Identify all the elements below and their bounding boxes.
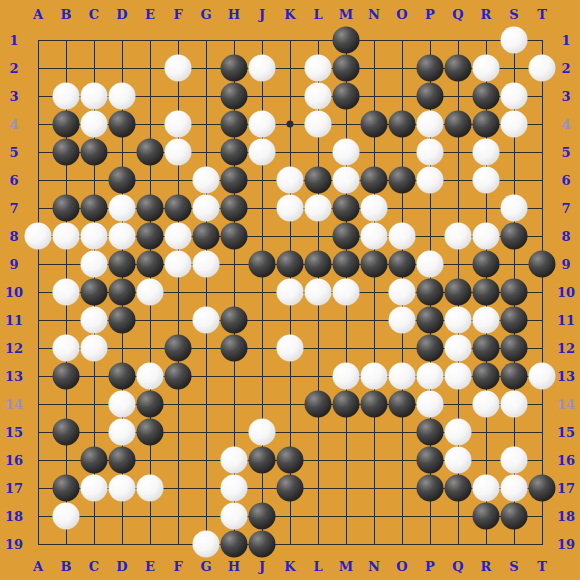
black-stone-Q17[interactable]: [445, 475, 472, 502]
black-stone-O14[interactable]: [389, 391, 416, 418]
row-label-right-6: 6: [561, 174, 570, 187]
black-stone-N4[interactable]: [361, 111, 388, 138]
row-label-left-4: 4: [9, 118, 18, 131]
white-stone-M5[interactable]: [333, 139, 360, 166]
white-stone-Q8[interactable]: [445, 223, 472, 250]
column-label-top-O: O: [396, 8, 407, 21]
white-stone-O13[interactable]: [389, 363, 416, 390]
white-stone-K6[interactable]: [277, 167, 304, 194]
column-label-bottom-K: K: [284, 560, 295, 573]
row-label-right-16: 16: [557, 454, 575, 467]
column-label-top-T: T: [537, 8, 547, 21]
row-label-right-5: 5: [561, 146, 570, 159]
white-stone-F2[interactable]: [165, 55, 192, 82]
black-stone-H5[interactable]: [221, 139, 248, 166]
white-stone-M10[interactable]: [333, 279, 360, 306]
black-stone-C16[interactable]: [81, 447, 108, 474]
black-stone-B5[interactable]: [53, 139, 80, 166]
black-stone-J19[interactable]: [249, 531, 276, 558]
row-label-left-6: 6: [9, 174, 18, 187]
black-stone-H2[interactable]: [221, 55, 248, 82]
black-stone-K9[interactable]: [277, 251, 304, 278]
white-stone-S3[interactable]: [501, 83, 528, 110]
black-stone-D6[interactable]: [109, 167, 136, 194]
black-stone-E5[interactable]: [137, 139, 164, 166]
white-stone-L2[interactable]: [305, 55, 332, 82]
black-stone-F7[interactable]: [165, 195, 192, 222]
white-stone-O11[interactable]: [389, 307, 416, 334]
white-stone-S7[interactable]: [501, 195, 528, 222]
white-stone-S1[interactable]: [501, 27, 528, 54]
white-stone-M13[interactable]: [333, 363, 360, 390]
black-stone-P10[interactable]: [417, 279, 444, 306]
white-stone-Q11[interactable]: [445, 307, 472, 334]
black-stone-R13[interactable]: [473, 363, 500, 390]
black-stone-S11[interactable]: [501, 307, 528, 334]
black-stone-S10[interactable]: [501, 279, 528, 306]
white-stone-R6[interactable]: [473, 167, 500, 194]
white-stone-B18[interactable]: [53, 503, 80, 530]
black-stone-E14[interactable]: [137, 391, 164, 418]
column-label-top-J: J: [259, 8, 265, 21]
column-label-bottom-O: O: [396, 560, 407, 573]
grid-line-horizontal: [38, 516, 543, 517]
row-label-right-9: 9: [561, 258, 570, 271]
row-label-left-8: 8: [9, 230, 18, 243]
black-stone-M7[interactable]: [333, 195, 360, 222]
black-stone-P15[interactable]: [417, 419, 444, 446]
black-stone-H4[interactable]: [221, 111, 248, 138]
row-label-right-18: 18: [557, 510, 575, 523]
black-stone-H19[interactable]: [221, 531, 248, 558]
column-label-top-C: C: [89, 8, 99, 21]
black-stone-L6[interactable]: [305, 167, 332, 194]
black-stone-H12[interactable]: [221, 335, 248, 362]
white-stone-S4[interactable]: [501, 111, 528, 138]
column-label-top-R: R: [481, 8, 492, 21]
row-label-right-10: 10: [557, 286, 575, 299]
white-stone-O10[interactable]: [389, 279, 416, 306]
black-stone-T9[interactable]: [529, 251, 556, 278]
black-stone-H3[interactable]: [221, 83, 248, 110]
black-stone-S12[interactable]: [501, 335, 528, 362]
white-stone-L3[interactable]: [305, 83, 332, 110]
black-stone-E15[interactable]: [137, 419, 164, 446]
black-stone-G8[interactable]: [193, 223, 220, 250]
row-label-right-13: 13: [557, 370, 575, 383]
column-label-bottom-T: T: [537, 560, 547, 573]
white-stone-P5[interactable]: [417, 139, 444, 166]
black-stone-Q10[interactable]: [445, 279, 472, 306]
row-label-left-2: 2: [9, 62, 18, 75]
star-point-K4: [287, 121, 294, 128]
white-stone-B8[interactable]: [53, 223, 80, 250]
row-label-right-19: 19: [557, 538, 575, 551]
black-stone-H6[interactable]: [221, 167, 248, 194]
black-stone-C5[interactable]: [81, 139, 108, 166]
black-stone-M1[interactable]: [333, 27, 360, 54]
white-stone-N13[interactable]: [361, 363, 388, 390]
black-stone-M2[interactable]: [333, 55, 360, 82]
black-stone-S13[interactable]: [501, 363, 528, 390]
white-stone-D15[interactable]: [109, 419, 136, 446]
column-label-bottom-F: F: [173, 560, 182, 573]
row-label-left-3: 3: [9, 90, 18, 103]
white-stone-S17[interactable]: [501, 475, 528, 502]
white-stone-F4[interactable]: [165, 111, 192, 138]
black-stone-M8[interactable]: [333, 223, 360, 250]
white-stone-D3[interactable]: [109, 83, 136, 110]
row-label-right-4: 4: [561, 118, 570, 131]
black-stone-R3[interactable]: [473, 83, 500, 110]
white-stone-F8[interactable]: [165, 223, 192, 250]
grid-line-vertical: [542, 40, 543, 545]
black-stone-J16[interactable]: [249, 447, 276, 474]
white-stone-C12[interactable]: [81, 335, 108, 362]
black-stone-F13[interactable]: [165, 363, 192, 390]
black-stone-E7[interactable]: [137, 195, 164, 222]
black-stone-L9[interactable]: [305, 251, 332, 278]
white-stone-C4[interactable]: [81, 111, 108, 138]
white-stone-N8[interactable]: [361, 223, 388, 250]
white-stone-C8[interactable]: [81, 223, 108, 250]
white-stone-E13[interactable]: [137, 363, 164, 390]
column-label-top-A: A: [33, 8, 43, 21]
white-stone-D8[interactable]: [109, 223, 136, 250]
white-stone-P6[interactable]: [417, 167, 444, 194]
white-stone-E17[interactable]: [137, 475, 164, 502]
white-stone-H17[interactable]: [221, 475, 248, 502]
row-label-left-19: 19: [5, 538, 23, 551]
row-label-right-15: 15: [557, 426, 575, 439]
white-stone-P4[interactable]: [417, 111, 444, 138]
white-stone-P9[interactable]: [417, 251, 444, 278]
black-stone-P11[interactable]: [417, 307, 444, 334]
column-label-top-S: S: [509, 8, 518, 21]
white-stone-C11[interactable]: [81, 307, 108, 334]
go-board[interactable]: AABBCCDDEEFFGGHHJJKKLLMMNNOOPPQQRRSSTT11…: [0, 0, 580, 580]
white-stone-C9[interactable]: [81, 251, 108, 278]
column-label-bottom-R: R: [481, 560, 492, 573]
black-stone-M9[interactable]: [333, 251, 360, 278]
column-label-top-D: D: [116, 8, 127, 21]
white-stone-G9[interactable]: [193, 251, 220, 278]
white-stone-Q13[interactable]: [445, 363, 472, 390]
white-stone-E10[interactable]: [137, 279, 164, 306]
column-label-top-K: K: [284, 8, 295, 21]
column-label-bottom-E: E: [145, 560, 155, 573]
column-label-bottom-S: S: [509, 560, 518, 573]
white-stone-B12[interactable]: [53, 335, 80, 362]
row-label-left-12: 12: [5, 342, 23, 355]
black-stone-H8[interactable]: [221, 223, 248, 250]
white-stone-T2[interactable]: [529, 55, 556, 82]
black-stone-Q2[interactable]: [445, 55, 472, 82]
black-stone-O9[interactable]: [389, 251, 416, 278]
black-stone-C10[interactable]: [81, 279, 108, 306]
white-stone-L7[interactable]: [305, 195, 332, 222]
row-label-right-7: 7: [561, 202, 570, 215]
black-stone-R10[interactable]: [473, 279, 500, 306]
black-stone-P3[interactable]: [417, 83, 444, 110]
black-stone-E8[interactable]: [137, 223, 164, 250]
black-stone-N6[interactable]: [361, 167, 388, 194]
white-stone-C17[interactable]: [81, 475, 108, 502]
white-stone-G19[interactable]: [193, 531, 220, 558]
white-stone-R14[interactable]: [473, 391, 500, 418]
white-stone-Q16[interactable]: [445, 447, 472, 474]
black-stone-D4[interactable]: [109, 111, 136, 138]
column-label-bottom-C: C: [89, 560, 99, 573]
white-stone-J4[interactable]: [249, 111, 276, 138]
row-label-right-1: 1: [561, 34, 570, 47]
white-stone-L10[interactable]: [305, 279, 332, 306]
row-label-left-15: 15: [5, 426, 23, 439]
black-stone-S18[interactable]: [501, 503, 528, 530]
black-stone-O6[interactable]: [389, 167, 416, 194]
white-stone-N7[interactable]: [361, 195, 388, 222]
white-stone-M6[interactable]: [333, 167, 360, 194]
black-stone-N9[interactable]: [361, 251, 388, 278]
black-stone-B4[interactable]: [53, 111, 80, 138]
column-label-bottom-D: D: [116, 560, 127, 573]
column-label-top-Q: Q: [452, 8, 463, 21]
white-stone-K10[interactable]: [277, 279, 304, 306]
black-stone-H11[interactable]: [221, 307, 248, 334]
black-stone-P12[interactable]: [417, 335, 444, 362]
black-stone-L14[interactable]: [305, 391, 332, 418]
row-label-right-2: 2: [561, 62, 570, 75]
white-stone-F9[interactable]: [165, 251, 192, 278]
row-label-left-14: 14: [5, 398, 23, 411]
white-stone-J15[interactable]: [249, 419, 276, 446]
white-stone-B3[interactable]: [53, 83, 80, 110]
black-stone-R9[interactable]: [473, 251, 500, 278]
row-label-right-8: 8: [561, 230, 570, 243]
column-label-bottom-H: H: [228, 560, 240, 573]
white-stone-R2[interactable]: [473, 55, 500, 82]
white-stone-C3[interactable]: [81, 83, 108, 110]
column-label-top-E: E: [145, 8, 155, 21]
white-stone-R11[interactable]: [473, 307, 500, 334]
white-stone-S14[interactable]: [501, 391, 528, 418]
black-stone-D16[interactable]: [109, 447, 136, 474]
white-stone-D17[interactable]: [109, 475, 136, 502]
white-stone-D14[interactable]: [109, 391, 136, 418]
white-stone-G11[interactable]: [193, 307, 220, 334]
black-stone-T17[interactable]: [529, 475, 556, 502]
row-label-right-11: 11: [557, 314, 575, 327]
white-stone-Q12[interactable]: [445, 335, 472, 362]
row-label-left-5: 5: [9, 146, 18, 159]
column-label-top-P: P: [425, 8, 435, 21]
white-stone-G7[interactable]: [193, 195, 220, 222]
row-label-left-11: 11: [5, 314, 23, 327]
row-label-left-16: 16: [5, 454, 23, 467]
column-label-bottom-L: L: [313, 560, 322, 573]
white-stone-R5[interactable]: [473, 139, 500, 166]
white-stone-J2[interactable]: [249, 55, 276, 82]
black-stone-S8[interactable]: [501, 223, 528, 250]
column-label-bottom-B: B: [61, 560, 72, 573]
black-stone-J9[interactable]: [249, 251, 276, 278]
white-stone-P14[interactable]: [417, 391, 444, 418]
column-label-bottom-M: M: [339, 560, 353, 573]
white-stone-H16[interactable]: [221, 447, 248, 474]
white-stone-B10[interactable]: [53, 279, 80, 306]
row-label-right-17: 17: [557, 482, 575, 495]
black-stone-P2[interactable]: [417, 55, 444, 82]
column-label-bottom-G: G: [200, 560, 211, 573]
black-stone-D9[interactable]: [109, 251, 136, 278]
white-stone-L4[interactable]: [305, 111, 332, 138]
black-stone-M3[interactable]: [333, 83, 360, 110]
column-label-bottom-N: N: [368, 560, 380, 573]
black-stone-R4[interactable]: [473, 111, 500, 138]
column-label-bottom-J: J: [259, 560, 265, 573]
black-stone-O4[interactable]: [389, 111, 416, 138]
white-stone-H18[interactable]: [221, 503, 248, 530]
black-stone-K16[interactable]: [277, 447, 304, 474]
column-label-top-F: F: [173, 8, 182, 21]
column-label-top-N: N: [368, 8, 380, 21]
white-stone-S16[interactable]: [501, 447, 528, 474]
white-stone-P13[interactable]: [417, 363, 444, 390]
white-stone-O8[interactable]: [389, 223, 416, 250]
row-label-right-12: 12: [557, 342, 575, 355]
row-label-left-9: 9: [9, 258, 18, 271]
black-stone-D13[interactable]: [109, 363, 136, 390]
black-stone-D11[interactable]: [109, 307, 136, 334]
row-label-left-7: 7: [9, 202, 18, 215]
row-label-left-13: 13: [5, 370, 23, 383]
row-label-left-1: 1: [9, 34, 18, 47]
black-stone-D10[interactable]: [109, 279, 136, 306]
white-stone-Q15[interactable]: [445, 419, 472, 446]
column-label-top-H: H: [228, 8, 240, 21]
column-label-top-L: L: [313, 8, 322, 21]
row-label-left-18: 18: [5, 510, 23, 523]
white-stone-K7[interactable]: [277, 195, 304, 222]
column-label-top-B: B: [61, 8, 72, 21]
column-label-bottom-Q: Q: [452, 560, 463, 573]
white-stone-R17[interactable]: [473, 475, 500, 502]
grid-line-horizontal: [38, 544, 543, 545]
white-stone-T13[interactable]: [529, 363, 556, 390]
white-stone-J5[interactable]: [249, 139, 276, 166]
column-label-bottom-P: P: [425, 560, 435, 573]
black-stone-B13[interactable]: [53, 363, 80, 390]
column-label-bottom-A: A: [33, 560, 43, 573]
black-stone-C7[interactable]: [81, 195, 108, 222]
white-stone-F5[interactable]: [165, 139, 192, 166]
white-stone-K12[interactable]: [277, 335, 304, 362]
black-stone-Q4[interactable]: [445, 111, 472, 138]
white-stone-A8[interactable]: [25, 223, 52, 250]
black-stone-B7[interactable]: [53, 195, 80, 222]
black-stone-N14[interactable]: [361, 391, 388, 418]
black-stone-E9[interactable]: [137, 251, 164, 278]
white-stone-D7[interactable]: [109, 195, 136, 222]
black-stone-K17[interactable]: [277, 475, 304, 502]
black-stone-P17[interactable]: [417, 475, 444, 502]
row-label-right-14: 14: [557, 398, 575, 411]
black-stone-B17[interactable]: [53, 475, 80, 502]
row-label-left-10: 10: [5, 286, 23, 299]
black-stone-J18[interactable]: [249, 503, 276, 530]
black-stone-R12[interactable]: [473, 335, 500, 362]
black-stone-H7[interactable]: [221, 195, 248, 222]
column-label-top-M: M: [339, 8, 353, 21]
white-stone-G6[interactable]: [193, 167, 220, 194]
black-stone-F12[interactable]: [165, 335, 192, 362]
black-stone-M14[interactable]: [333, 391, 360, 418]
white-stone-R8[interactable]: [473, 223, 500, 250]
column-label-top-G: G: [200, 8, 211, 21]
row-label-left-17: 17: [5, 482, 23, 495]
black-stone-B15[interactable]: [53, 419, 80, 446]
black-stone-P16[interactable]: [417, 447, 444, 474]
row-label-right-3: 3: [561, 90, 570, 103]
black-stone-R18[interactable]: [473, 503, 500, 530]
